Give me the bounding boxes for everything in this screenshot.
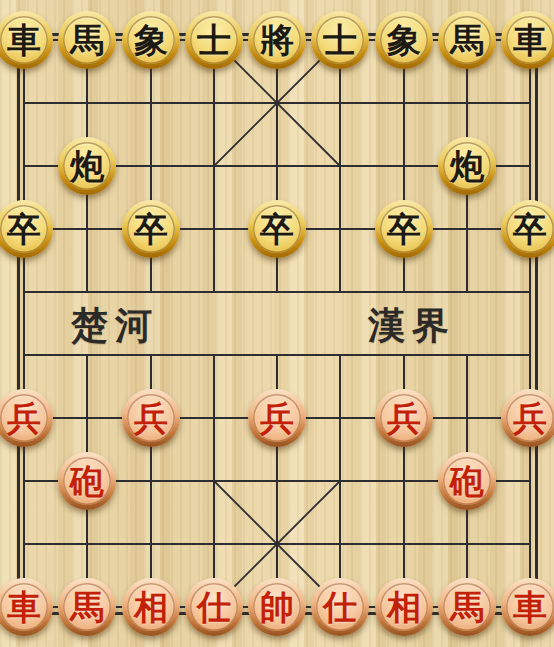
piece-black-advisor[interactable]: 士 xyxy=(185,11,243,69)
piece-black-chariot[interactable]: 車 xyxy=(501,11,554,69)
piece-black-advisor[interactable]: 士 xyxy=(311,11,369,69)
piece-character: 車 xyxy=(513,23,547,57)
piece-black-soldier[interactable]: 卒 xyxy=(0,200,53,258)
piece-red-horse[interactable]: 馬 xyxy=(58,578,116,636)
piece-red-horse[interactable]: 馬 xyxy=(438,578,496,636)
piece-black-cannon[interactable]: 炮 xyxy=(58,137,116,195)
piece-red-elephant[interactable]: 相 xyxy=(122,578,180,636)
piece-character: 炮 xyxy=(70,149,104,183)
piece-red-soldier[interactable]: 兵 xyxy=(0,389,53,447)
piece-black-cannon[interactable]: 炮 xyxy=(438,137,496,195)
piece-character: 相 xyxy=(134,590,168,624)
pieces-layer[interactable]: 車馬象士將士象馬車炮炮卒卒卒卒卒兵兵兵兵兵砲砲車馬相仕帥仕相馬車 xyxy=(0,0,554,647)
piece-character: 相 xyxy=(387,590,421,624)
piece-black-general[interactable]: 將 xyxy=(248,11,306,69)
piece-red-cannon[interactable]: 砲 xyxy=(58,452,116,510)
piece-character: 將 xyxy=(260,23,294,57)
piece-red-chariot[interactable]: 車 xyxy=(0,578,53,636)
piece-red-advisor[interactable]: 仕 xyxy=(311,578,369,636)
piece-black-elephant[interactable]: 象 xyxy=(122,11,180,69)
piece-character: 車 xyxy=(7,590,41,624)
piece-black-soldier[interactable]: 卒 xyxy=(248,200,306,258)
xiangqi-board: 楚河 漢界 車馬象士將士象馬車炮炮卒卒卒卒卒兵兵兵兵兵砲砲車馬相仕帥仕相馬車 xyxy=(0,0,554,647)
piece-black-horse[interactable]: 馬 xyxy=(58,11,116,69)
piece-character: 象 xyxy=(134,23,168,57)
piece-character: 卒 xyxy=(387,212,421,246)
piece-black-elephant[interactable]: 象 xyxy=(375,11,433,69)
piece-character: 卒 xyxy=(134,212,168,246)
piece-character: 帥 xyxy=(260,590,294,624)
piece-character: 車 xyxy=(7,23,41,57)
piece-red-chariot[interactable]: 車 xyxy=(501,578,554,636)
piece-black-chariot[interactable]: 車 xyxy=(0,11,53,69)
piece-red-soldier[interactable]: 兵 xyxy=(501,389,554,447)
piece-character: 兵 xyxy=(387,401,421,435)
piece-character: 士 xyxy=(323,23,357,57)
piece-character: 砲 xyxy=(450,464,484,498)
piece-character: 車 xyxy=(513,590,547,624)
piece-character: 馬 xyxy=(450,590,484,624)
piece-character: 兵 xyxy=(260,401,294,435)
piece-character: 卒 xyxy=(260,212,294,246)
piece-red-soldier[interactable]: 兵 xyxy=(122,389,180,447)
piece-character: 兵 xyxy=(513,401,547,435)
piece-red-cannon[interactable]: 砲 xyxy=(438,452,496,510)
piece-character: 兵 xyxy=(7,401,41,435)
piece-character: 卒 xyxy=(513,212,547,246)
piece-character: 砲 xyxy=(70,464,104,498)
piece-red-advisor[interactable]: 仕 xyxy=(185,578,243,636)
piece-character: 馬 xyxy=(70,23,104,57)
piece-character: 馬 xyxy=(70,590,104,624)
piece-character: 炮 xyxy=(450,149,484,183)
piece-red-elephant[interactable]: 相 xyxy=(375,578,433,636)
piece-black-soldier[interactable]: 卒 xyxy=(375,200,433,258)
piece-black-soldier[interactable]: 卒 xyxy=(501,200,554,258)
piece-character: 仕 xyxy=(197,590,231,624)
piece-red-soldier[interactable]: 兵 xyxy=(375,389,433,447)
piece-red-soldier[interactable]: 兵 xyxy=(248,389,306,447)
piece-character: 馬 xyxy=(450,23,484,57)
piece-red-general[interactable]: 帥 xyxy=(248,578,306,636)
piece-character: 士 xyxy=(197,23,231,57)
piece-character: 象 xyxy=(387,23,421,57)
piece-character: 仕 xyxy=(323,590,357,624)
piece-black-soldier[interactable]: 卒 xyxy=(122,200,180,258)
piece-character: 卒 xyxy=(7,212,41,246)
piece-black-horse[interactable]: 馬 xyxy=(438,11,496,69)
piece-character: 兵 xyxy=(134,401,168,435)
